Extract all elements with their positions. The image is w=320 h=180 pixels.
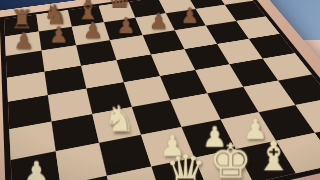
square-a7: ♟ xyxy=(5,32,42,56)
square-b5 xyxy=(44,66,86,95)
black-knight-b8: ♞ xyxy=(39,1,72,28)
black-bishop-c8: ♝ xyxy=(72,0,104,24)
square-a6 xyxy=(6,51,45,78)
square-e1: ♚ xyxy=(194,149,253,180)
square-h5 xyxy=(249,34,295,59)
board-frame: ♜♞♝♛♚♟♟♟♟♟♟♞♟♟♟♟♜♝♛♚♝ xyxy=(0,0,320,180)
chess-board: ♜♞♝♛♚♟♟♟♟♟♟♞♟♟♟♟♜♝♛♚♝ xyxy=(0,0,320,180)
scene: ♜♞♝♛♚♟♟♟♟♟♟♞♟♟♟♟♜♝♛♚♝ xyxy=(0,0,320,180)
black-rook-a8: ♜ xyxy=(5,7,38,33)
square-a3 xyxy=(9,121,55,160)
white-pawn-a2: ♟ xyxy=(13,158,60,180)
square-b4 xyxy=(48,89,93,122)
board-grid: ♜♞♝♛♚♟♟♟♟♟♟♞♟♟♟♟♜♝♛♚♝ xyxy=(0,0,320,180)
photo-of-chess-board: ♜♞♝♛♚♟♟♟♟♟♟♞♟♟♟♟♜♝♛♚♝ xyxy=(0,0,320,180)
